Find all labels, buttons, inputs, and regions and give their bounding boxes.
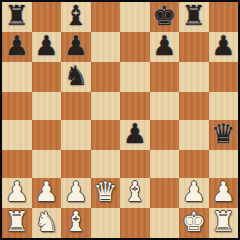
square-e2[interactable]: ♝ [120,178,150,208]
square-a6[interactable] [2,62,32,92]
piece-white-knight: ♞ [34,207,58,237]
square-b5[interactable] [32,92,62,120]
square-f4[interactable] [150,120,180,150]
square-d1[interactable] [91,208,121,238]
piece-white-king: ♚ [182,207,206,237]
square-h6[interactable] [209,62,239,92]
square-g5[interactable] [179,92,209,120]
square-a7[interactable]: ♟ [2,32,32,62]
square-h1[interactable]: ♜ [209,208,239,238]
square-e5[interactable] [120,92,150,120]
piece-black-pawn: ♟ [5,31,29,61]
square-e4[interactable]: ♟ [120,120,150,150]
square-f3[interactable] [150,150,180,178]
square-g1[interactable]: ♚ [179,208,209,238]
square-f2[interactable] [150,178,180,208]
square-b6[interactable] [32,62,62,92]
square-b2[interactable]: ♟ [32,178,62,208]
chess-board-frame: ♜♝♚♜♟♟♟♟♟♞♟♛♟♟♟♛♝♟♟♜♞♝♚♜ [0,0,240,240]
square-c4[interactable] [61,120,91,150]
piece-black-pawn: ♟ [211,31,235,61]
square-f1[interactable] [150,208,180,238]
square-c6[interactable]: ♞ [61,62,91,92]
square-g2[interactable]: ♟ [179,178,209,208]
square-d5[interactable] [91,92,121,120]
piece-white-pawn: ♟ [34,177,58,207]
square-f6[interactable] [150,62,180,92]
square-a5[interactable] [2,92,32,120]
square-b4[interactable] [32,120,62,150]
square-f7[interactable]: ♟ [150,32,180,62]
square-h7[interactable]: ♟ [209,32,239,62]
square-d6[interactable] [91,62,121,92]
piece-black-bishop: ♝ [64,1,88,31]
square-a3[interactable] [2,150,32,178]
square-c8[interactable]: ♝ [61,2,91,32]
square-e6[interactable] [120,62,150,92]
square-c2[interactable]: ♟ [61,178,91,208]
square-e1[interactable] [120,208,150,238]
square-h4[interactable]: ♛ [209,120,239,150]
square-e8[interactable] [120,2,150,32]
square-h3[interactable] [209,150,239,178]
piece-black-pawn: ♟ [123,119,147,149]
square-h5[interactable] [209,92,239,120]
square-d3[interactable] [91,150,121,178]
piece-white-rook: ♜ [5,207,29,237]
square-c5[interactable] [61,92,91,120]
piece-black-rook: ♜ [182,1,206,31]
piece-black-pawn: ♟ [152,31,176,61]
piece-white-pawn: ♟ [182,177,206,207]
square-c1[interactable]: ♝ [61,208,91,238]
piece-white-pawn: ♟ [211,177,235,207]
piece-black-pawn: ♟ [34,31,58,61]
square-a8[interactable]: ♜ [2,2,32,32]
piece-white-queen: ♛ [93,177,117,207]
chess-board: ♜♝♚♜♟♟♟♟♟♞♟♛♟♟♟♛♝♟♟♜♞♝♚♜ [2,2,238,238]
square-h2[interactable]: ♟ [209,178,239,208]
square-b1[interactable]: ♞ [32,208,62,238]
square-g4[interactable] [179,120,209,150]
square-d7[interactable] [91,32,121,62]
square-h8[interactable] [209,2,239,32]
square-b8[interactable] [32,2,62,32]
square-f8[interactable]: ♚ [150,2,180,32]
square-g3[interactable] [179,150,209,178]
square-a4[interactable] [2,120,32,150]
square-e3[interactable] [120,150,150,178]
square-d8[interactable] [91,2,121,32]
square-b3[interactable] [32,150,62,178]
piece-black-queen: ♛ [211,119,235,149]
square-g7[interactable] [179,32,209,62]
piece-black-knight: ♞ [64,61,88,91]
piece-black-pawn: ♟ [64,31,88,61]
square-g8[interactable]: ♜ [179,2,209,32]
square-a1[interactable]: ♜ [2,208,32,238]
square-d2[interactable]: ♛ [91,178,121,208]
piece-white-rook: ♜ [211,207,235,237]
piece-white-bishop: ♝ [64,207,88,237]
square-b7[interactable]: ♟ [32,32,62,62]
square-c7[interactable]: ♟ [61,32,91,62]
square-f5[interactable] [150,92,180,120]
square-d4[interactable] [91,120,121,150]
square-c3[interactable] [61,150,91,178]
square-a2[interactable]: ♟ [2,178,32,208]
piece-black-king: ♚ [152,1,176,31]
piece-white-bishop: ♝ [123,177,147,207]
piece-black-rook: ♜ [5,1,29,31]
piece-white-pawn: ♟ [5,177,29,207]
piece-white-pawn: ♟ [64,177,88,207]
square-g6[interactable] [179,62,209,92]
square-e7[interactable] [120,32,150,62]
